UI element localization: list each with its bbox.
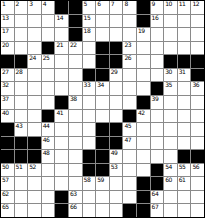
grid-cell[interactable]: 51 <box>15 164 28 177</box>
clue-number: 32 <box>2 82 9 88</box>
grid-cell[interactable] <box>42 191 55 204</box>
grid-cell[interactable]: 30 <box>164 69 177 82</box>
grid-cell[interactable] <box>178 96 191 109</box>
grid-cell[interactable] <box>28 177 41 190</box>
grid-cell[interactable] <box>137 55 150 68</box>
black-cell <box>28 137 41 150</box>
clue-number: 39 <box>152 96 159 102</box>
grid-cell[interactable] <box>164 96 177 109</box>
grid-cell[interactable]: 23 <box>123 42 136 55</box>
grid-cell[interactable]: 2 <box>15 1 28 14</box>
grid-cell[interactable] <box>191 123 204 136</box>
grid-cell[interactable] <box>55 150 68 163</box>
grid-cell[interactable] <box>69 177 82 190</box>
grid-cell[interactable] <box>191 137 204 150</box>
grid-cell[interactable]: 61 <box>178 177 191 190</box>
clue-number: 10 <box>165 1 172 7</box>
grid-cell[interactable] <box>69 110 82 123</box>
clue-number: 14 <box>56 15 63 21</box>
grid-cell[interactable] <box>178 110 191 123</box>
grid-cell[interactable]: 4 <box>42 1 55 14</box>
clue-number: 1 <box>2 1 5 7</box>
grid-cell[interactable] <box>123 69 136 82</box>
grid-cell[interactable] <box>137 69 150 82</box>
grid-cell[interactable]: 48 <box>42 150 55 163</box>
clue-number: 12 <box>192 1 199 7</box>
clue-number: 31 <box>179 69 186 75</box>
grid-cell[interactable]: 16 <box>151 15 164 28</box>
crossword-board: 1234567891011121314151617181920212223242… <box>0 0 205 218</box>
grid-cell[interactable] <box>137 164 150 177</box>
grid-cell[interactable] <box>191 28 204 41</box>
grid-cell[interactable] <box>164 28 177 41</box>
clue-number: 28 <box>16 69 23 75</box>
clue-number: 67 <box>152 204 159 210</box>
grid-cell[interactable]: 60 <box>164 177 177 190</box>
grid-cell[interactable]: 37 <box>1 96 14 109</box>
clue-number: 65 <box>2 204 9 210</box>
grid-cell[interactable]: 56 <box>191 164 204 177</box>
grid-cell[interactable]: 59 <box>96 177 109 190</box>
black-cell <box>137 177 150 190</box>
grid-cell[interactable] <box>96 204 109 217</box>
grid-cell[interactable] <box>123 82 136 95</box>
black-cell <box>110 123 123 136</box>
grid-cell[interactable]: 22 <box>69 42 82 55</box>
grid-cell[interactable] <box>123 28 136 41</box>
clue-number: 59 <box>97 177 104 183</box>
grid-cell[interactable] <box>15 177 28 190</box>
grid-cell[interactable] <box>28 204 41 217</box>
black-cell <box>96 164 109 177</box>
grid-cell[interactable]: 12 <box>191 1 204 14</box>
grid-cell[interactable]: 21 <box>55 42 68 55</box>
grid-cell[interactable] <box>42 204 55 217</box>
grid-cell[interactable] <box>55 82 68 95</box>
grid-cell[interactable] <box>55 28 68 41</box>
grid-cell[interactable] <box>28 191 41 204</box>
black-cell <box>1 123 14 136</box>
black-cell <box>42 110 55 123</box>
grid-cell[interactable] <box>110 28 123 41</box>
clue-number: 7 <box>111 1 114 7</box>
grid-cell[interactable] <box>151 110 164 123</box>
grid-cell[interactable] <box>178 42 191 55</box>
clue-number: 44 <box>43 123 50 129</box>
grid-cell[interactable] <box>15 191 28 204</box>
grid-cell[interactable] <box>69 164 82 177</box>
black-cell <box>42 42 55 55</box>
black-cell <box>83 69 96 82</box>
grid-cell[interactable] <box>42 177 55 190</box>
grid-cell[interactable]: 45 <box>123 123 136 136</box>
clue-number: 37 <box>2 96 9 102</box>
grid-cell[interactable]: 25 <box>42 55 55 68</box>
clue-number: 41 <box>56 110 63 116</box>
grid-cell[interactable] <box>123 15 136 28</box>
grid-cell[interactable]: 18 <box>83 28 96 41</box>
grid-cell[interactable] <box>151 137 164 150</box>
grid-cell[interactable]: 34 <box>96 82 109 95</box>
grid-cell[interactable]: 3 <box>28 1 41 14</box>
black-cell <box>28 150 41 163</box>
clue-number: 45 <box>124 123 131 129</box>
black-cell <box>191 69 204 82</box>
grid-cell[interactable] <box>69 55 82 68</box>
black-cell <box>164 55 177 68</box>
clue-number: 34 <box>97 82 104 88</box>
black-cell <box>123 110 136 123</box>
clue-number: 20 <box>2 42 9 48</box>
black-cell <box>83 164 96 177</box>
clue-number: 22 <box>70 42 77 48</box>
grid-cell[interactable] <box>123 96 136 109</box>
grid-cell[interactable] <box>42 15 55 28</box>
grid-cell[interactable]: 39 <box>151 96 164 109</box>
grid-cell[interactable] <box>15 110 28 123</box>
grid-cell[interactable] <box>123 150 136 163</box>
clue-number: 53 <box>111 164 118 170</box>
grid-cell[interactable]: 41 <box>55 110 68 123</box>
grid-cell[interactable]: 66 <box>69 204 82 217</box>
black-cell <box>69 28 82 41</box>
crossword-grid: 1234567891011121314151617181920212223242… <box>0 0 205 218</box>
clue-number: 48 <box>43 150 50 156</box>
clue-number: 51 <box>16 164 23 170</box>
grid-cell[interactable] <box>42 28 55 41</box>
grid-cell[interactable] <box>55 177 68 190</box>
grid-cell[interactable]: 1 <box>1 1 14 14</box>
grid-cell[interactable] <box>164 123 177 136</box>
black-cell <box>96 123 109 136</box>
grid-cell[interactable] <box>69 69 82 82</box>
grid-cell[interactable]: 17 <box>1 28 14 41</box>
black-cell <box>55 96 68 109</box>
grid-cell[interactable] <box>110 15 123 28</box>
black-cell <box>69 15 82 28</box>
grid-cell[interactable] <box>137 82 150 95</box>
grid-cell[interactable] <box>164 204 177 217</box>
grid-cell[interactable]: 49 <box>110 150 123 163</box>
grid-cell[interactable] <box>178 137 191 150</box>
black-cell <box>151 164 164 177</box>
clue-number: 18 <box>84 28 91 34</box>
grid-cell[interactable]: 62 <box>1 191 14 204</box>
grid-cell[interactable]: 8 <box>123 1 136 14</box>
grid-cell[interactable] <box>28 69 41 82</box>
clue-number: 57 <box>2 177 9 183</box>
grid-cell[interactable] <box>110 82 123 95</box>
grid-cell[interactable]: 64 <box>151 191 164 204</box>
black-cell <box>191 150 204 163</box>
grid-cell[interactable] <box>151 150 164 163</box>
black-cell <box>15 137 28 150</box>
clue-number: 63 <box>70 191 77 197</box>
grid-cell[interactable] <box>83 204 96 217</box>
grid-cell[interactable] <box>28 82 41 95</box>
clue-number: 33 <box>84 82 91 88</box>
grid-cell[interactable] <box>137 150 150 163</box>
grid-cell[interactable]: 35 <box>164 82 177 95</box>
grid-cell[interactable]: 11 <box>178 1 191 14</box>
grid-cell[interactable]: 65 <box>1 204 14 217</box>
grid-cell[interactable]: 63 <box>69 191 82 204</box>
grid-cell[interactable]: 50 <box>1 164 14 177</box>
grid-cell[interactable]: 14 <box>55 15 68 28</box>
black-cell <box>137 15 150 28</box>
grid-cell[interactable]: 15 <box>83 15 96 28</box>
clue-number: 40 <box>2 110 9 116</box>
grid-cell[interactable]: 43 <box>15 123 28 136</box>
clue-number: 64 <box>152 191 159 197</box>
grid-cell[interactable] <box>28 110 41 123</box>
black-cell <box>110 55 123 68</box>
grid-cell[interactable] <box>28 123 41 136</box>
grid-cell[interactable] <box>55 55 68 68</box>
grid-cell[interactable] <box>28 28 41 41</box>
clue-number: 25 <box>43 55 50 61</box>
clue-number: 61 <box>179 177 186 183</box>
grid-cell[interactable]: 9 <box>151 1 164 14</box>
clue-number: 6 <box>97 1 100 7</box>
black-cell <box>178 55 191 68</box>
black-cell <box>96 137 109 150</box>
grid-cell[interactable]: 10 <box>164 1 177 14</box>
grid-cell[interactable] <box>83 123 96 136</box>
grid-cell[interactable] <box>151 123 164 136</box>
grid-cell[interactable] <box>178 15 191 28</box>
clue-number: 56 <box>192 164 199 170</box>
black-cell <box>137 96 150 109</box>
grid-cell[interactable] <box>151 69 164 82</box>
clue-number: 49 <box>111 150 118 156</box>
black-cell <box>1 137 14 150</box>
clue-number: 26 <box>124 55 131 61</box>
grid-cell[interactable] <box>110 110 123 123</box>
black-cell <box>1 150 14 163</box>
grid-cell[interactable] <box>110 191 123 204</box>
grid-cell[interactable] <box>69 123 82 136</box>
black-cell <box>69 1 82 14</box>
grid-cell[interactable] <box>191 96 204 109</box>
grid-cell[interactable]: 6 <box>96 1 109 14</box>
grid-cell[interactable]: 32 <box>1 82 14 95</box>
clue-number: 43 <box>16 123 23 129</box>
black-cell <box>96 150 109 163</box>
grid-cell[interactable] <box>96 96 109 109</box>
clue-number: 58 <box>84 177 91 183</box>
clue-number: 46 <box>43 137 50 143</box>
black-cell <box>15 55 28 68</box>
clue-number: 27 <box>2 69 9 75</box>
black-cell <box>1 55 14 68</box>
grid-cell[interactable] <box>28 15 41 28</box>
grid-cell[interactable]: 47 <box>123 137 136 150</box>
clue-number: 38 <box>70 96 77 102</box>
grid-cell[interactable]: 13 <box>1 15 14 28</box>
grid-cell[interactable] <box>178 204 191 217</box>
grid-cell[interactable] <box>28 96 41 109</box>
grid-cell[interactable] <box>42 96 55 109</box>
grid-cell[interactable] <box>42 82 55 95</box>
grid-cell[interactable] <box>191 204 204 217</box>
grid-cell[interactable] <box>15 96 28 109</box>
grid-cell[interactable] <box>137 42 150 55</box>
grid-cell[interactable] <box>137 137 150 150</box>
black-cell <box>137 191 150 204</box>
black-cell <box>123 204 136 217</box>
clue-number: 52 <box>29 164 36 170</box>
grid-cell[interactable] <box>164 150 177 163</box>
grid-cell[interactable]: 29 <box>110 69 123 82</box>
grid-cell[interactable]: 58 <box>83 177 96 190</box>
grid-cell[interactable]: 7 <box>110 1 123 14</box>
grid-cell[interactable]: 36 <box>191 82 204 95</box>
grid-cell[interactable]: 26 <box>123 55 136 68</box>
grid-cell[interactable] <box>96 15 109 28</box>
clue-number: 4 <box>43 1 46 7</box>
clue-number: 24 <box>29 55 36 61</box>
clue-number: 11 <box>179 1 186 7</box>
grid-cell[interactable] <box>28 42 41 55</box>
grid-cell[interactable] <box>69 82 82 95</box>
grid-cell[interactable]: 46 <box>42 137 55 150</box>
grid-cell[interactable] <box>164 15 177 28</box>
grid-cell[interactable] <box>15 28 28 41</box>
grid-cell[interactable]: 31 <box>178 69 191 82</box>
grid-cell[interactable] <box>83 96 96 109</box>
clue-number: 17 <box>2 28 9 34</box>
black-cell <box>55 204 68 217</box>
grid-cell[interactable]: 20 <box>1 42 14 55</box>
grid-cell[interactable]: 33 <box>83 82 96 95</box>
black-cell <box>96 69 109 82</box>
grid-cell[interactable] <box>178 191 191 204</box>
grid-cell[interactable] <box>15 42 28 55</box>
grid-cell[interactable] <box>42 69 55 82</box>
grid-cell[interactable]: 40 <box>1 110 14 123</box>
clue-number: 16 <box>152 15 159 21</box>
black-cell <box>55 1 68 14</box>
grid-cell[interactable] <box>96 191 109 204</box>
clue-number: 42 <box>138 110 145 116</box>
grid-cell[interactable] <box>191 191 204 204</box>
grid-cell[interactable] <box>83 42 96 55</box>
grid-cell[interactable] <box>83 137 96 150</box>
black-cell <box>178 150 191 163</box>
grid-cell[interactable] <box>69 150 82 163</box>
black-cell <box>137 204 150 217</box>
clue-number: 29 <box>111 69 118 75</box>
grid-cell[interactable] <box>178 123 191 136</box>
clue-number: 21 <box>56 42 63 48</box>
grid-cell[interactable] <box>55 123 68 136</box>
clue-number: 19 <box>138 28 145 34</box>
grid-cell[interactable] <box>191 177 204 190</box>
grid-cell[interactable] <box>164 137 177 150</box>
grid-cell[interactable]: 42 <box>137 110 150 123</box>
grid-cell[interactable] <box>137 123 150 136</box>
grid-cell[interactable] <box>191 15 204 28</box>
grid-cell[interactable] <box>110 96 123 109</box>
grid-cell[interactable] <box>15 204 28 217</box>
clue-number: 2 <box>16 1 19 7</box>
clue-number: 47 <box>124 137 131 143</box>
grid-cell[interactable] <box>83 55 96 68</box>
black-cell <box>110 137 123 150</box>
grid-cell[interactable]: 53 <box>110 164 123 177</box>
grid-cell[interactable] <box>55 69 68 82</box>
clue-number: 5 <box>84 1 87 7</box>
grid-cell[interactable] <box>69 137 82 150</box>
grid-cell[interactable] <box>110 204 123 217</box>
grid-cell[interactable] <box>96 28 109 41</box>
grid-cell[interactable] <box>83 110 96 123</box>
grid-cell[interactable] <box>191 110 204 123</box>
grid-cell[interactable] <box>123 191 136 204</box>
grid-cell[interactable]: 24 <box>28 55 41 68</box>
black-cell <box>15 150 28 163</box>
grid-cell[interactable] <box>191 42 204 55</box>
grid-cell[interactable] <box>151 28 164 41</box>
black-cell <box>110 42 123 55</box>
grid-cell[interactable] <box>42 164 55 177</box>
clue-number: 35 <box>165 82 172 88</box>
grid-cell[interactable]: 38 <box>69 96 82 109</box>
grid-cell[interactable] <box>55 164 68 177</box>
clue-number: 50 <box>2 164 9 170</box>
black-cell <box>55 191 68 204</box>
grid-cell[interactable] <box>96 110 109 123</box>
grid-cell[interactable] <box>151 42 164 55</box>
clue-number: 36 <box>192 82 199 88</box>
grid-cell[interactable] <box>15 15 28 28</box>
grid-cell[interactable]: 44 <box>42 123 55 136</box>
black-cell <box>83 150 96 163</box>
clue-number: 62 <box>2 191 9 197</box>
grid-cell[interactable] <box>123 177 136 190</box>
clue-number: 55 <box>179 164 186 170</box>
grid-cell[interactable]: 27 <box>1 69 14 82</box>
grid-cell[interactable]: 67 <box>151 204 164 217</box>
grid-cell[interactable] <box>15 82 28 95</box>
grid-cell[interactable] <box>83 191 96 204</box>
clue-number: 66 <box>70 204 77 210</box>
grid-cell[interactable]: 19 <box>137 28 150 41</box>
grid-cell[interactable] <box>164 42 177 55</box>
clue-number: 30 <box>165 69 172 75</box>
grid-cell[interactable]: 5 <box>83 1 96 14</box>
grid-cell[interactable]: 57 <box>1 177 14 190</box>
grid-cell[interactable] <box>110 177 123 190</box>
grid-cell[interactable] <box>151 55 164 68</box>
grid-cell[interactable]: 52 <box>28 164 41 177</box>
grid-cell[interactable] <box>178 28 191 41</box>
grid-cell[interactable] <box>164 110 177 123</box>
grid-cell[interactable] <box>178 82 191 95</box>
clue-number: 15 <box>84 15 91 21</box>
grid-cell[interactable] <box>123 164 136 177</box>
grid-cell[interactable]: 54 <box>164 164 177 177</box>
grid-cell[interactable]: 55 <box>178 164 191 177</box>
grid-cell[interactable] <box>164 191 177 204</box>
clue-number: 9 <box>152 1 155 7</box>
clue-number: 23 <box>124 42 131 48</box>
grid-cell[interactable] <box>55 137 68 150</box>
black-cell <box>151 82 164 95</box>
grid-cell[interactable]: 28 <box>15 69 28 82</box>
clue-number: 60 <box>165 177 172 183</box>
